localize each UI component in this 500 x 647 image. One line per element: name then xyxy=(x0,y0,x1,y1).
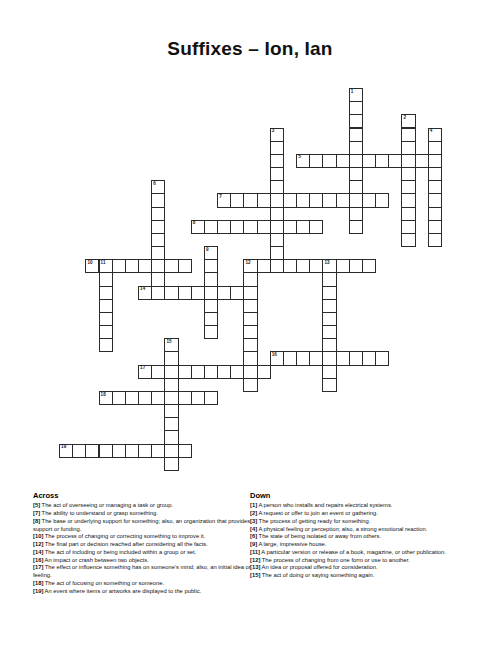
grid-cell[interactable] xyxy=(243,220,257,234)
grid-cell[interactable] xyxy=(362,193,376,207)
grid-cell[interactable] xyxy=(428,207,442,221)
grid-cell[interactable] xyxy=(243,351,257,365)
grid-cell[interactable] xyxy=(243,378,257,392)
grid-cell[interactable] xyxy=(309,220,323,234)
down-heading: Down xyxy=(250,492,471,500)
grid-cell[interactable] xyxy=(243,272,257,286)
cell-number: 10 xyxy=(87,261,92,266)
grid-cell[interactable] xyxy=(164,286,178,300)
crossword-page: Suffixes – Ion, Ian 12345678910111213141… xyxy=(0,0,500,647)
grid-cell[interactable] xyxy=(85,444,99,458)
clue: [15] The act of doing or saying somethin… xyxy=(250,572,471,580)
grid-cell[interactable] xyxy=(151,272,165,286)
grid-cell[interactable] xyxy=(99,312,113,326)
grid-cell[interactable]: 3 xyxy=(270,128,284,142)
grid-cell[interactable] xyxy=(322,365,336,379)
grid-cell[interactable] xyxy=(164,417,178,431)
cell-number: 8 xyxy=(193,221,196,226)
grid-cell[interactable] xyxy=(401,167,415,181)
grid-cell[interactable] xyxy=(309,351,323,365)
grid-cell[interactable]: 19 xyxy=(59,444,73,458)
grid-cell[interactable] xyxy=(72,444,86,458)
grid-cell[interactable] xyxy=(230,193,244,207)
cell-number: 14 xyxy=(140,287,145,292)
clue-number: [15] xyxy=(250,572,260,578)
grid-cell[interactable] xyxy=(283,259,297,273)
grid-cell[interactable] xyxy=(349,114,363,128)
grid-cell[interactable] xyxy=(217,286,231,300)
grid-cell[interactable] xyxy=(112,444,126,458)
grid-cell[interactable] xyxy=(415,154,429,168)
grid-cell[interactable] xyxy=(270,193,284,207)
grid-cell[interactable]: 5 xyxy=(296,154,310,168)
cell-number: 19 xyxy=(61,445,66,450)
grid-cell[interactable] xyxy=(336,154,350,168)
grid-cell[interactable] xyxy=(217,365,231,379)
cell-number: 5 xyxy=(298,155,301,160)
grid-cell[interactable] xyxy=(151,246,165,260)
crossword-grid: 12345678910111213141516171819 xyxy=(59,88,441,470)
grid-cell[interactable] xyxy=(362,351,376,365)
grid-cell[interactable] xyxy=(151,444,165,458)
cell-number: 18 xyxy=(101,393,106,398)
grid-cell[interactable] xyxy=(375,154,389,168)
clue: [16] An impact or crash between two obje… xyxy=(33,557,254,565)
clue: [2] A request or offer to join an event … xyxy=(250,510,471,518)
clue: [1] A person who installs and repairs el… xyxy=(250,502,471,510)
clue-number: [13] xyxy=(250,564,260,570)
grid-cell[interactable]: 2 xyxy=(401,114,415,128)
grid-cell[interactable] xyxy=(296,351,310,365)
grid-cell[interactable] xyxy=(349,207,363,221)
grid-cell[interactable] xyxy=(151,391,165,405)
clue-number: [16] xyxy=(33,557,43,563)
across-clues-section: Across [5] The act of overseeing or mana… xyxy=(33,492,254,595)
grid-cell[interactable] xyxy=(401,193,415,207)
grid-cell[interactable] xyxy=(375,193,389,207)
clue: [11] A particular version or release of … xyxy=(250,549,471,557)
cell-number: 15 xyxy=(166,340,171,345)
grid-cell[interactable]: 9 xyxy=(204,246,218,260)
grid-cell[interactable] xyxy=(138,444,152,458)
grid-cell[interactable] xyxy=(164,391,178,405)
grid-cell[interactable] xyxy=(243,312,257,326)
grid-cell[interactable] xyxy=(164,378,178,392)
grid-cell[interactable] xyxy=(204,272,218,286)
clue-number: [7] xyxy=(33,510,40,516)
grid-cell[interactable] xyxy=(296,220,310,234)
grid-cell[interactable] xyxy=(349,193,363,207)
clue-number: [3] xyxy=(250,518,257,524)
grid-cell[interactable] xyxy=(151,286,165,300)
grid-cell[interactable] xyxy=(401,220,415,234)
clue: [6] The state of being isolated or away … xyxy=(250,533,471,541)
grid-cell[interactable]: 17 xyxy=(138,365,152,379)
grid-cell[interactable] xyxy=(401,154,415,168)
grid-cell[interactable]: 12 xyxy=(243,259,257,273)
grid-cell[interactable] xyxy=(349,180,363,194)
cell-number: 3 xyxy=(272,129,275,134)
grid-cell[interactable] xyxy=(270,154,284,168)
grid-cell[interactable] xyxy=(230,365,244,379)
grid-cell[interactable] xyxy=(230,286,244,300)
clue-number: [1] xyxy=(250,502,257,508)
clue-number: [5] xyxy=(33,502,40,508)
grid-cell[interactable] xyxy=(283,220,297,234)
grid-cell[interactable] xyxy=(349,167,363,181)
grid-cell[interactable] xyxy=(112,259,126,273)
grid-cell[interactable] xyxy=(191,391,205,405)
grid-cell[interactable] xyxy=(125,444,139,458)
grid-cell[interactable] xyxy=(428,220,442,234)
grid-cell[interactable] xyxy=(349,220,363,234)
grid-cell[interactable] xyxy=(270,233,284,247)
grid-cell[interactable] xyxy=(178,365,192,379)
grid-cell[interactable] xyxy=(349,101,363,115)
grid-cell[interactable] xyxy=(99,338,113,352)
grid-cell[interactable] xyxy=(164,351,178,365)
clue: [8] The base or underlying support for s… xyxy=(33,518,254,534)
grid-cell[interactable]: 18 xyxy=(99,391,113,405)
clue-number: [10] xyxy=(33,533,43,539)
cell-number: 4 xyxy=(430,129,433,134)
grid-cell[interactable] xyxy=(283,351,297,365)
grid-cell[interactable]: 7 xyxy=(217,193,231,207)
clue: [3] The process of getting ready for som… xyxy=(250,518,471,526)
grid-cell[interactable] xyxy=(151,220,165,234)
grid-cell[interactable] xyxy=(428,167,442,181)
grid-cell[interactable] xyxy=(178,391,192,405)
grid-cell[interactable] xyxy=(322,299,336,313)
grid-cell[interactable] xyxy=(270,167,284,181)
clue-number: [12] xyxy=(33,541,43,547)
clue: [17] The effect or influence something h… xyxy=(33,564,254,580)
grid-cell[interactable] xyxy=(164,259,178,273)
grid-cell[interactable] xyxy=(270,180,284,194)
grid-cell[interactable] xyxy=(322,272,336,286)
clue-number: [2] xyxy=(250,510,257,516)
grid-cell[interactable] xyxy=(322,378,336,392)
down-clues-section: Down [1] A person who installs and repai… xyxy=(250,492,471,580)
grid-cell[interactable] xyxy=(178,444,192,458)
grid-cell[interactable]: 1 xyxy=(349,88,363,102)
grid-cell[interactable] xyxy=(401,233,415,247)
grid-cell[interactable] xyxy=(204,312,218,326)
clue-number: [6] xyxy=(250,533,257,539)
clue-number: [11] xyxy=(250,549,260,555)
grid-cell[interactable] xyxy=(401,207,415,221)
grid-cell[interactable] xyxy=(243,193,257,207)
grid-cell[interactable]: 4 xyxy=(428,128,442,142)
clue-number: [14] xyxy=(33,549,43,555)
grid-cell[interactable] xyxy=(322,351,336,365)
grid-cell[interactable] xyxy=(349,141,363,155)
grid-cell[interactable] xyxy=(428,180,442,194)
down-clue-list: [1] A person who installs and repairs el… xyxy=(250,502,471,580)
grid-cell[interactable] xyxy=(270,246,284,260)
grid-cell[interactable] xyxy=(164,457,178,471)
grid-cell[interactable] xyxy=(349,351,363,365)
grid-cell[interactable] xyxy=(164,444,178,458)
clue-number: [9] xyxy=(250,541,257,547)
grid-cell[interactable] xyxy=(99,299,113,313)
cell-number: 11 xyxy=(101,261,106,266)
clue: [9] A large, impressive house. xyxy=(250,541,471,549)
grid-cell[interactable] xyxy=(230,220,244,234)
grid-cell[interactable] xyxy=(401,180,415,194)
clue: [7] The ability to understand or grasp s… xyxy=(33,510,254,518)
cell-number: 2 xyxy=(404,116,407,121)
grid-cell[interactable] xyxy=(428,193,442,207)
clue-number: [17] xyxy=(33,564,43,570)
across-heading: Across xyxy=(33,492,254,500)
grid-cell[interactable] xyxy=(204,391,218,405)
across-clue-list: [5] The act of overseeing or managing a … xyxy=(33,502,254,595)
grid-cell[interactable]: 13 xyxy=(322,259,336,273)
grid-cell[interactable] xyxy=(164,430,178,444)
grid-cell[interactable] xyxy=(204,286,218,300)
clue-number: [18] xyxy=(33,580,43,586)
grid-cell[interactable] xyxy=(428,141,442,155)
grid-cell[interactable] xyxy=(362,154,376,168)
grid-cell[interactable] xyxy=(270,207,284,221)
grid-cell[interactable] xyxy=(257,220,271,234)
grid-cell[interactable] xyxy=(99,325,113,339)
grid-cell[interactable] xyxy=(309,154,323,168)
grid-cell[interactable] xyxy=(270,141,284,155)
grid-cell[interactable]: 10 xyxy=(85,259,99,273)
page-title: Suffixes – Ion, Ian xyxy=(0,38,500,60)
grid-cell[interactable]: 14 xyxy=(138,286,152,300)
grid-cell[interactable] xyxy=(296,193,310,207)
clue: [12] The final part or decision reached … xyxy=(33,541,254,549)
grid-cell[interactable] xyxy=(322,154,336,168)
grid-cell[interactable] xyxy=(204,365,218,379)
grid-cell[interactable] xyxy=(322,338,336,352)
grid-cell[interactable]: 6 xyxy=(151,180,165,194)
cell-number: 6 xyxy=(153,182,156,187)
grid-cell[interactable] xyxy=(349,154,363,168)
grid-cell[interactable] xyxy=(243,325,257,339)
grid-cell[interactable] xyxy=(138,391,152,405)
grid-cell[interactable] xyxy=(322,286,336,300)
grid-cell[interactable] xyxy=(243,338,257,352)
clue: [19] An event where items or artworks ar… xyxy=(33,588,254,596)
grid-cell[interactable]: 8 xyxy=(191,220,205,234)
clue-number: [8] xyxy=(33,518,40,524)
grid-cell[interactable] xyxy=(257,365,271,379)
grid-cell[interactable] xyxy=(151,193,165,207)
grid-cell[interactable] xyxy=(349,259,363,273)
grid-cell[interactable] xyxy=(336,259,350,273)
grid-cell[interactable] xyxy=(178,286,192,300)
grid-cell[interactable] xyxy=(336,193,350,207)
grid-cell[interactable] xyxy=(401,128,415,142)
grid-cell[interactable] xyxy=(164,404,178,418)
clue: [10] The process of changing or correcti… xyxy=(33,533,254,541)
grid-cell[interactable] xyxy=(428,233,442,247)
grid-cell[interactable] xyxy=(164,365,178,379)
grid-cell[interactable] xyxy=(270,259,284,273)
grid-cell[interactable] xyxy=(99,444,113,458)
grid-cell[interactable] xyxy=(151,207,165,221)
grid-cell[interactable] xyxy=(401,141,415,155)
clue-number: [19] xyxy=(33,588,43,594)
grid-cell[interactable] xyxy=(112,391,126,405)
grid-cell[interactable] xyxy=(191,365,205,379)
grid-cell[interactable] xyxy=(178,259,192,273)
cell-number: 17 xyxy=(140,366,145,371)
grid-cell[interactable]: 15 xyxy=(164,338,178,352)
grid-cell[interactable] xyxy=(296,259,310,273)
grid-cell[interactable] xyxy=(336,351,350,365)
cell-number: 7 xyxy=(219,195,222,200)
clue: [4] A physical feeling or perception; al… xyxy=(250,526,471,534)
grid-cell[interactable] xyxy=(375,351,389,365)
clue: [13] An idea or proposal offered for con… xyxy=(250,564,471,572)
clue: [12] The process of changing from one fo… xyxy=(250,557,471,565)
grid-cell[interactable] xyxy=(99,286,113,300)
grid-cell[interactable] xyxy=(204,299,218,313)
grid-cell[interactable] xyxy=(204,259,218,273)
cell-number: 16 xyxy=(272,353,277,358)
grid-cell[interactable]: 16 xyxy=(270,351,284,365)
grid-cell[interactable] xyxy=(309,259,323,273)
cell-number: 12 xyxy=(245,261,250,266)
grid-cell[interactable] xyxy=(204,325,218,339)
clue: [18] The act of focusing on something or… xyxy=(33,580,254,588)
grid-cell[interactable] xyxy=(125,391,139,405)
grid-cell[interactable] xyxy=(138,259,152,273)
grid-cell[interactable] xyxy=(243,299,257,313)
grid-cell[interactable] xyxy=(309,193,323,207)
clue-number: [4] xyxy=(250,526,257,532)
cell-number: 9 xyxy=(206,248,209,253)
grid-cell[interactable] xyxy=(283,193,297,207)
grid-cell[interactable] xyxy=(243,286,257,300)
clue: [14] The act of including or being inclu… xyxy=(33,549,254,557)
cell-number: 1 xyxy=(351,90,354,95)
grid-cell[interactable] xyxy=(428,154,442,168)
grid-cell[interactable] xyxy=(151,259,165,273)
cell-number: 13 xyxy=(324,261,329,266)
grid-cell[interactable] xyxy=(151,365,165,379)
grid-cell[interactable] xyxy=(243,365,257,379)
grid-cell[interactable] xyxy=(257,193,271,207)
grid-cell[interactable] xyxy=(257,259,271,273)
grid-cell[interactable] xyxy=(270,220,284,234)
grid-cell[interactable] xyxy=(217,220,231,234)
grid-cell[interactable] xyxy=(362,259,376,273)
grid-cell[interactable] xyxy=(204,220,218,234)
clue: [5] The act of overseeing or managing a … xyxy=(33,502,254,510)
grid-cell[interactable] xyxy=(191,286,205,300)
grid-cell[interactable] xyxy=(99,272,113,286)
grid-cell[interactable] xyxy=(349,128,363,142)
grid-cell[interactable] xyxy=(322,312,336,326)
grid-cell[interactable] xyxy=(388,154,402,168)
clue-number: [12] xyxy=(250,557,260,563)
grid-cell[interactable] xyxy=(151,233,165,247)
grid-cell[interactable] xyxy=(322,325,336,339)
grid-cell[interactable]: 11 xyxy=(99,259,113,273)
grid-cell[interactable] xyxy=(125,259,139,273)
grid-cell[interactable] xyxy=(322,193,336,207)
